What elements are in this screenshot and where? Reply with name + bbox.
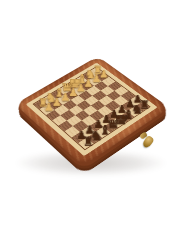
chess-set-scene: ♜♞♝♛♚♝♞♜♟♟♟♟♟♟♟♟♟♟♟♟♟♟♟♟♜♞♝♛♚♝♞♜ [0, 0, 180, 225]
brass-clasp [140, 133, 160, 153]
product-photo: ♜♞♝♛♚♝♞♜♟♟♟♟♟♟♟♟♟♟♟♟♟♟♟♟♜♞♝♛♚♝♞♜ [0, 0, 180, 225]
